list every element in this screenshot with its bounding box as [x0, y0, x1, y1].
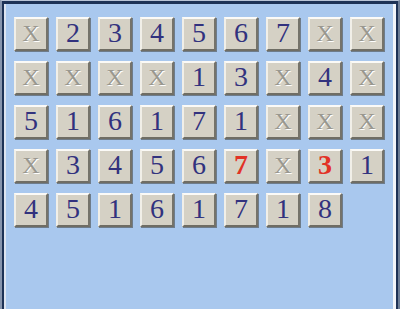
cell-button-r1c8[interactable]: X [308, 17, 342, 51]
cell-button-r1c9[interactable]: X [350, 17, 384, 51]
crossed-out-mark: X [316, 21, 333, 45]
cell-button-r3c1[interactable]: 5 [14, 105, 48, 139]
number-label: 4 [150, 19, 164, 47]
number-label: 6 [234, 19, 248, 47]
number-label: 7 [234, 195, 248, 223]
cell-button-r5c5[interactable]: 1 [182, 193, 216, 227]
number-label: 1 [150, 107, 164, 135]
cell-button-r3c9[interactable]: X [350, 105, 384, 139]
crossed-out-mark: X [316, 109, 333, 133]
crossed-out-mark: X [22, 21, 39, 45]
cell-button-r4c4[interactable]: 5 [140, 149, 174, 183]
cell-button-r5c3[interactable]: 1 [98, 193, 132, 227]
number-label: 8 [318, 195, 332, 223]
cell-button-r1c3[interactable]: 3 [98, 17, 132, 51]
number-label: 7 [192, 107, 206, 135]
cell-button-r5c2[interactable]: 5 [56, 193, 90, 227]
cell-button-r1c1[interactable]: X [14, 17, 48, 51]
number-label: 1 [192, 63, 206, 91]
cell-button-r3c5[interactable]: 7 [182, 105, 216, 139]
cell-button-r3c8[interactable]: X [308, 105, 342, 139]
cell-button-r4c9[interactable]: 1 [350, 149, 384, 183]
cell-button-r1c7[interactable]: 7 [266, 17, 300, 51]
cell-button-r2c3[interactable]: X [98, 61, 132, 95]
cell-button-r1c2[interactable]: 2 [56, 17, 90, 51]
cell-button-r2c7[interactable]: X [266, 61, 300, 95]
cell-button-r4c1[interactable]: X [14, 149, 48, 183]
cell-button-r3c2[interactable]: 1 [56, 105, 90, 139]
number-label: 1 [234, 107, 248, 135]
number-label: 7 [234, 151, 248, 179]
crossed-out-mark: X [358, 21, 375, 45]
number-label: 1 [360, 151, 374, 179]
cell-button-r5c8[interactable]: 8 [308, 193, 342, 227]
cell-button-r2c9[interactable]: X [350, 61, 384, 95]
number-label: 3 [66, 151, 80, 179]
cell-button-r3c6[interactable]: 1 [224, 105, 258, 139]
number-label: 3 [108, 19, 122, 47]
cell-button-r2c4[interactable]: X [140, 61, 174, 95]
number-label: 7 [276, 19, 290, 47]
cell-button-r1c6[interactable]: 6 [224, 17, 258, 51]
number-label: 1 [192, 195, 206, 223]
cell-button-r2c2[interactable]: X [56, 61, 90, 95]
number-label: 3 [318, 151, 332, 179]
empty-cell-r5c9 [350, 193, 384, 227]
number-label: 6 [192, 151, 206, 179]
number-label: 6 [108, 107, 122, 135]
cell-button-r2c5[interactable]: 1 [182, 61, 216, 95]
cell-button-r4c7[interactable]: X [266, 149, 300, 183]
number-label: 3 [234, 63, 248, 91]
number-label: 4 [24, 195, 38, 223]
cell-button-r1c5[interactable]: 5 [182, 17, 216, 51]
cell-button-r1c4[interactable]: 4 [140, 17, 174, 51]
crossed-out-mark: X [358, 109, 375, 133]
puzzle-window: X234567XXXXXX13X4X516171XXXX34567X314516… [0, 0, 400, 309]
crossed-out-mark: X [358, 65, 375, 89]
cell-button-r5c6[interactable]: 7 [224, 193, 258, 227]
cell-button-r3c7[interactable]: X [266, 105, 300, 139]
number-label: 4 [318, 63, 332, 91]
cell-button-r4c5[interactable]: 6 [182, 149, 216, 183]
cell-button-r5c7[interactable]: 1 [266, 193, 300, 227]
cell-button-r4c8[interactable]: 3 [308, 149, 342, 183]
cell-button-r4c2[interactable]: 3 [56, 149, 90, 183]
number-label: 5 [150, 151, 164, 179]
crossed-out-mark: X [64, 65, 81, 89]
crossed-out-mark: X [274, 153, 291, 177]
cell-button-r4c3[interactable]: 4 [98, 149, 132, 183]
cell-button-r5c4[interactable]: 6 [140, 193, 174, 227]
number-label: 2 [66, 19, 80, 47]
number-label: 4 [108, 151, 122, 179]
number-label: 5 [66, 195, 80, 223]
crossed-out-mark: X [22, 153, 39, 177]
crossed-out-mark: X [148, 65, 165, 89]
cell-button-r2c6[interactable]: 3 [224, 61, 258, 95]
window-frame: X234567XXXXXX13X4X516171XXXX34567X314516… [2, 1, 398, 309]
number-label: 1 [66, 107, 80, 135]
crossed-out-mark: X [274, 65, 291, 89]
button-grid: X234567XXXXXX13X4X516171XXXX34567X314516… [14, 17, 384, 227]
cell-button-r3c4[interactable]: 1 [140, 105, 174, 139]
crossed-out-mark: X [106, 65, 123, 89]
number-label: 1 [276, 195, 290, 223]
cell-button-r2c1[interactable]: X [14, 61, 48, 95]
number-label: 6 [150, 195, 164, 223]
cell-button-r5c1[interactable]: 4 [14, 193, 48, 227]
crossed-out-mark: X [22, 65, 39, 89]
cell-button-r3c3[interactable]: 6 [98, 105, 132, 139]
window-client-area: X234567XXXXXX13X4X516171XXXX34567X314516… [4, 4, 396, 309]
number-label: 5 [24, 107, 38, 135]
cell-button-r2c8[interactable]: 4 [308, 61, 342, 95]
number-label: 1 [108, 195, 122, 223]
number-label: 5 [192, 19, 206, 47]
cell-button-r4c6[interactable]: 7 [224, 149, 258, 183]
crossed-out-mark: X [274, 109, 291, 133]
